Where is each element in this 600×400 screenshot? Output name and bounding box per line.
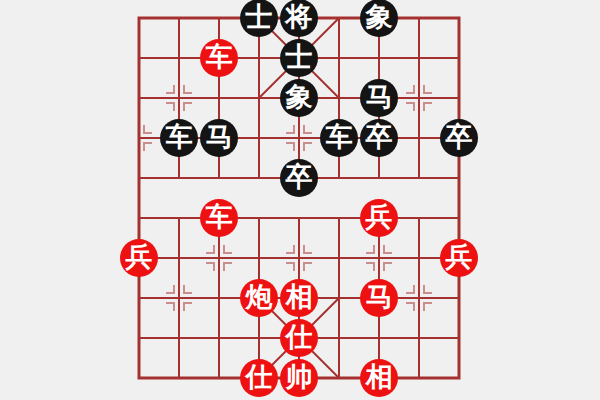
piece-red-elephant[interactable]: 相	[280, 279, 318, 317]
piece-black-elephant[interactable]: 象	[360, 0, 398, 37]
piece-black-horse[interactable]: 马	[360, 79, 398, 117]
piece-black-general[interactable]: 将	[280, 0, 318, 37]
piece-red-advisor[interactable]: 仕	[240, 359, 278, 397]
piece-black-soldier[interactable]: 卒	[440, 119, 478, 157]
piece-red-soldier[interactable]: 兵	[360, 199, 398, 237]
piece-red-soldier[interactable]: 兵	[440, 239, 478, 277]
xiangqi-app: 士将象车士象马车马车卒卒卒车兵兵兵炮相马仕仕帅相	[0, 0, 600, 400]
piece-red-cannon[interactable]: 炮	[240, 279, 278, 317]
piece-black-advisor[interactable]: 士	[280, 39, 318, 77]
piece-black-elephant[interactable]: 象	[280, 79, 318, 117]
pieces-layer: 士将象车士象马车马车卒卒卒车兵兵兵炮相马仕仕帅相	[119, 0, 479, 398]
piece-black-advisor[interactable]: 士	[240, 0, 278, 37]
piece-black-horse[interactable]: 马	[200, 119, 238, 157]
piece-red-chariot[interactable]: 车	[200, 39, 238, 77]
piece-red-soldier[interactable]: 兵	[120, 239, 158, 277]
piece-black-soldier[interactable]: 卒	[280, 159, 318, 197]
piece-red-horse[interactable]: 马	[360, 279, 398, 317]
piece-red-general[interactable]: 帅	[280, 359, 318, 397]
piece-black-chariot[interactable]: 车	[320, 119, 358, 157]
piece-black-soldier[interactable]: 卒	[360, 119, 398, 157]
piece-red-advisor[interactable]: 仕	[280, 319, 318, 357]
piece-red-chariot[interactable]: 车	[200, 199, 238, 237]
piece-black-chariot[interactable]: 车	[160, 119, 198, 157]
piece-red-elephant[interactable]: 相	[360, 359, 398, 397]
